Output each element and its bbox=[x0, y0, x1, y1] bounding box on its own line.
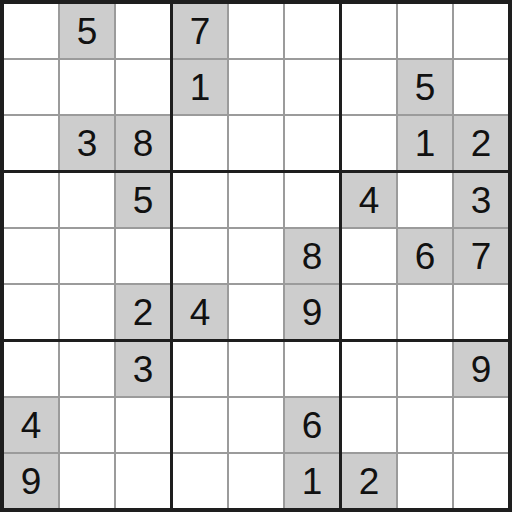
cell-r1c2-given: 5 bbox=[60, 4, 114, 58]
cell-r4c7-given: 4 bbox=[342, 173, 396, 227]
cell-r3c3-given: 8 bbox=[116, 116, 170, 170]
cell-r7c2-empty[interactable] bbox=[60, 342, 114, 396]
cell-r8c5-empty[interactable] bbox=[229, 398, 283, 452]
cell-r4c4-empty[interactable] bbox=[173, 173, 227, 227]
cell-r9c1-given: 9 bbox=[4, 454, 58, 508]
cell-r9c9-empty[interactable] bbox=[454, 454, 508, 508]
cell-r5c7-empty[interactable] bbox=[342, 229, 396, 283]
sudoku-box-3: 512 bbox=[342, 4, 508, 170]
sudoku-box-4: 52 bbox=[4, 173, 170, 339]
cell-r4c8-empty[interactable] bbox=[398, 173, 452, 227]
cell-r9c6-given: 1 bbox=[285, 454, 339, 508]
sudoku-box-1: 538 bbox=[4, 4, 170, 170]
cell-r4c5-empty[interactable] bbox=[229, 173, 283, 227]
sudoku-box-7: 349 bbox=[4, 342, 170, 508]
cell-r2c1-empty[interactable] bbox=[4, 60, 58, 114]
cell-r5c5-empty[interactable] bbox=[229, 229, 283, 283]
cell-r8c7-empty[interactable] bbox=[342, 398, 396, 452]
cell-r6c1-empty[interactable] bbox=[4, 285, 58, 339]
cell-r7c3-given: 3 bbox=[116, 342, 170, 396]
cell-r2c4-given: 1 bbox=[173, 60, 227, 114]
cell-r1c4-given: 7 bbox=[173, 4, 227, 58]
sudoku-box-2: 71 bbox=[173, 4, 339, 170]
cell-r5c1-empty[interactable] bbox=[4, 229, 58, 283]
cell-r3c8-given: 1 bbox=[398, 116, 452, 170]
cell-r7c1-empty[interactable] bbox=[4, 342, 58, 396]
cell-r1c7-empty[interactable] bbox=[342, 4, 396, 58]
cell-r9c4-empty[interactable] bbox=[173, 454, 227, 508]
cell-r7c5-empty[interactable] bbox=[229, 342, 283, 396]
cell-r6c5-empty[interactable] bbox=[229, 285, 283, 339]
cell-r6c8-empty[interactable] bbox=[398, 285, 452, 339]
cell-r5c6-given: 8 bbox=[285, 229, 339, 283]
cell-r8c6-given: 6 bbox=[285, 398, 339, 452]
cell-r3c4-empty[interactable] bbox=[173, 116, 227, 170]
cell-r9c8-empty[interactable] bbox=[398, 454, 452, 508]
cell-r9c2-empty[interactable] bbox=[60, 454, 114, 508]
cell-r6c2-empty[interactable] bbox=[60, 285, 114, 339]
cell-r7c8-empty[interactable] bbox=[398, 342, 452, 396]
cell-r5c3-empty[interactable] bbox=[116, 229, 170, 283]
cell-r2c3-empty[interactable] bbox=[116, 60, 170, 114]
cell-r9c5-empty[interactable] bbox=[229, 454, 283, 508]
cell-r3c6-empty[interactable] bbox=[285, 116, 339, 170]
cell-r5c9-given: 7 bbox=[454, 229, 508, 283]
cell-r5c2-empty[interactable] bbox=[60, 229, 114, 283]
cell-r6c6-given: 9 bbox=[285, 285, 339, 339]
cell-r7c9-given: 9 bbox=[454, 342, 508, 396]
cell-r5c8-given: 6 bbox=[398, 229, 452, 283]
cell-r2c2-empty[interactable] bbox=[60, 60, 114, 114]
cell-r4c9-given: 3 bbox=[454, 173, 508, 227]
cell-r4c1-empty[interactable] bbox=[4, 173, 58, 227]
cell-r2c7-empty[interactable] bbox=[342, 60, 396, 114]
cell-r4c6-empty[interactable] bbox=[285, 173, 339, 227]
sudoku-box-6: 4367 bbox=[342, 173, 508, 339]
cell-r1c1-empty[interactable] bbox=[4, 4, 58, 58]
cell-r1c5-empty[interactable] bbox=[229, 4, 283, 58]
cell-r4c2-empty[interactable] bbox=[60, 173, 114, 227]
sudoku-box-5: 849 bbox=[173, 173, 339, 339]
cell-r8c1-given: 4 bbox=[4, 398, 58, 452]
cell-r9c7-given: 2 bbox=[342, 454, 396, 508]
sudoku-box-9: 92 bbox=[342, 342, 508, 508]
cell-r7c6-empty[interactable] bbox=[285, 342, 339, 396]
cell-r6c7-empty[interactable] bbox=[342, 285, 396, 339]
cell-r1c3-empty[interactable] bbox=[116, 4, 170, 58]
cell-r1c9-empty[interactable] bbox=[454, 4, 508, 58]
cell-r2c9-empty[interactable] bbox=[454, 60, 508, 114]
cell-r2c8-given: 5 bbox=[398, 60, 452, 114]
cell-r7c4-empty[interactable] bbox=[173, 342, 227, 396]
cell-r4c3-given: 5 bbox=[116, 173, 170, 227]
cell-r2c5-empty[interactable] bbox=[229, 60, 283, 114]
cell-r6c3-given: 2 bbox=[116, 285, 170, 339]
cell-r1c8-empty[interactable] bbox=[398, 4, 452, 58]
cell-r6c4-given: 4 bbox=[173, 285, 227, 339]
cell-r3c1-empty[interactable] bbox=[4, 116, 58, 170]
cell-r8c9-empty[interactable] bbox=[454, 398, 508, 452]
cell-r8c8-empty[interactable] bbox=[398, 398, 452, 452]
sudoku-board: 538715125284943673496192 bbox=[0, 0, 512, 512]
cell-r1c6-empty[interactable] bbox=[285, 4, 339, 58]
cell-r5c4-empty[interactable] bbox=[173, 229, 227, 283]
cell-r3c7-empty[interactable] bbox=[342, 116, 396, 170]
cell-r7c7-empty[interactable] bbox=[342, 342, 396, 396]
sudoku-box-8: 61 bbox=[173, 342, 339, 508]
cell-r8c3-empty[interactable] bbox=[116, 398, 170, 452]
cell-r6c9-empty[interactable] bbox=[454, 285, 508, 339]
cell-r3c9-given: 2 bbox=[454, 116, 508, 170]
cell-r3c2-given: 3 bbox=[60, 116, 114, 170]
cell-r8c2-empty[interactable] bbox=[60, 398, 114, 452]
cell-r9c3-empty[interactable] bbox=[116, 454, 170, 508]
cell-r2c6-empty[interactable] bbox=[285, 60, 339, 114]
cell-r3c5-empty[interactable] bbox=[229, 116, 283, 170]
cell-r8c4-empty[interactable] bbox=[173, 398, 227, 452]
